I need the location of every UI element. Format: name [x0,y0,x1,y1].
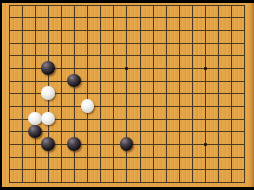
black-stone-D4 [41,137,55,151]
board-right-edge-shade [249,3,254,187]
grid-line-horizontal [9,81,245,82]
black-stone-D10 [41,61,55,75]
white-stone-C6 [28,112,42,126]
white-stone-D6 [41,112,55,126]
white-stone-D8 [41,86,55,100]
go-board[interactable] [2,3,254,187]
black-stone-C5 [28,125,42,139]
grid-line-horizontal [9,55,245,56]
grid-line-horizontal [9,182,245,183]
grid-line-horizontal [9,43,245,44]
black-stone-K4 [120,137,134,151]
star-point-K10 [125,67,128,70]
star-point-Q4 [204,143,207,146]
grid-line-horizontal [9,5,245,6]
grid-line-horizontal [9,30,245,31]
grid-line-horizontal [9,157,245,158]
black-stone-F4 [67,137,81,151]
white-stone-G7 [81,99,95,113]
grid-line-horizontal [9,169,245,170]
grid-line-horizontal [9,17,245,18]
go-app-window [0,0,254,190]
star-point-Q10 [204,67,207,70]
grid-line-horizontal [9,131,245,132]
black-stone-F9 [67,74,81,88]
grid-line-horizontal [9,106,245,107]
